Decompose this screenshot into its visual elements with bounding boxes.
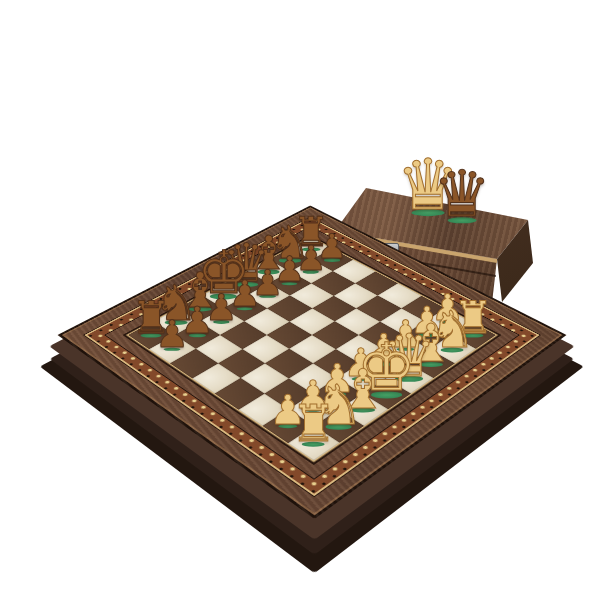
piece-light-rook[interactable]: ♜ <box>291 400 336 448</box>
spare-queen-dark[interactable]: ♛ <box>433 164 490 225</box>
pawn-glyph: ♟ <box>155 317 189 353</box>
queen-glyph: ♛ <box>433 164 490 225</box>
chess-set-scene: ♜♞♝♛♚♝♞♜♟♟♟♟♟♟♟♟♟♟♟♟♟♟♟♟♜♞♝♛♚♝♞♜♛♛ <box>0 0 600 600</box>
piece-dark-pawn[interactable]: ♟ <box>155 317 189 353</box>
rook-glyph: ♜ <box>291 400 336 448</box>
